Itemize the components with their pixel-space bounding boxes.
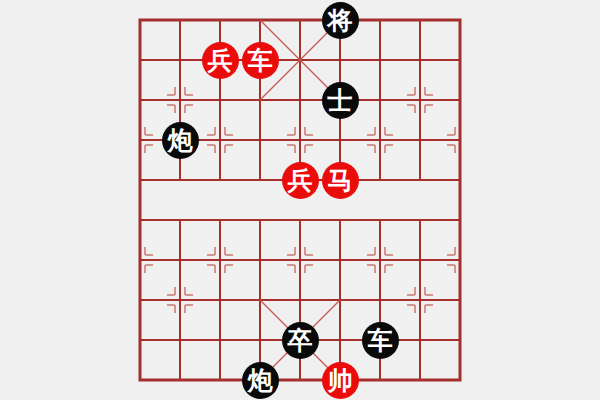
piece-black-cannon[interactable]: 炮: [242, 362, 279, 399]
piece-red-horse[interactable]: 马: [322, 162, 359, 199]
piece-red-general[interactable]: 帅: [322, 362, 359, 399]
piece-black-soldier[interactable]: 卒: [282, 322, 319, 359]
piece-black-cannon[interactable]: 炮: [162, 122, 199, 159]
piece-red-soldier[interactable]: 兵: [282, 162, 319, 199]
piece-black-advisor[interactable]: 士: [322, 82, 359, 119]
xiangqi-board: 将兵车士炮兵马卒车炮帅: [120, 0, 480, 400]
piece-red-chariot[interactable]: 车: [242, 42, 279, 79]
piece-black-general[interactable]: 将: [322, 2, 359, 39]
xiangqi-diagram: 将兵车士炮兵马卒车炮帅: [0, 0, 600, 400]
piece-black-chariot[interactable]: 车: [362, 322, 399, 359]
piece-red-soldier[interactable]: 兵: [202, 42, 239, 79]
